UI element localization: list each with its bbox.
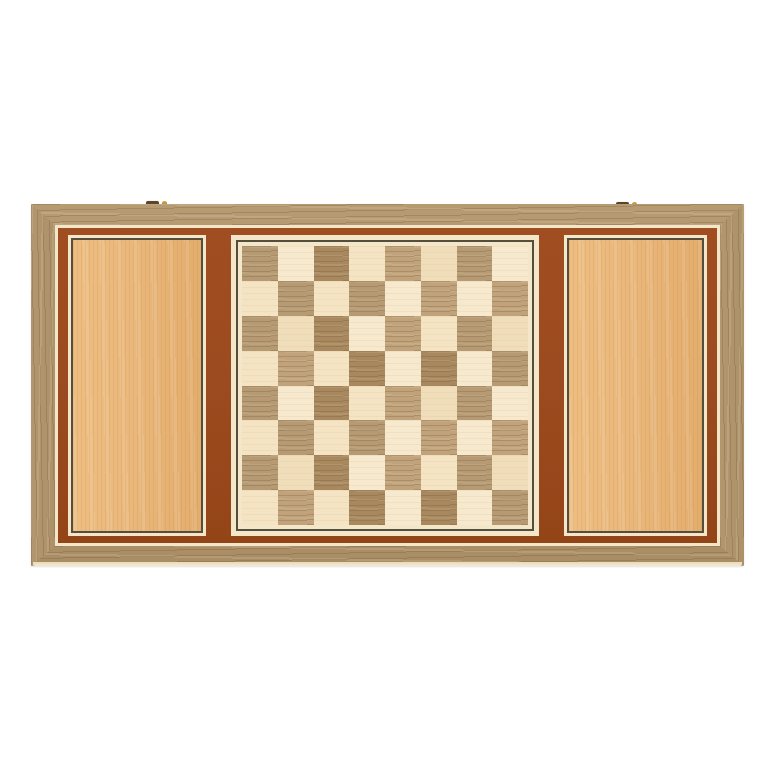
square-f6[interactable] <box>421 316 457 351</box>
walnut-frame-right <box>720 204 744 566</box>
square-b8[interactable] <box>278 246 314 281</box>
square-e6[interactable] <box>385 316 421 351</box>
square-h6[interactable] <box>492 316 528 351</box>
chessboard <box>231 235 539 536</box>
square-c3[interactable] <box>314 420 350 455</box>
square-a4[interactable] <box>242 386 278 421</box>
square-g4[interactable] <box>457 386 493 421</box>
square-d1[interactable] <box>349 490 385 525</box>
square-e8[interactable] <box>385 246 421 281</box>
square-g6[interactable] <box>457 316 493 351</box>
square-g8[interactable] <box>457 246 493 281</box>
square-d3[interactable] <box>349 420 385 455</box>
square-a6[interactable] <box>242 316 278 351</box>
square-e3[interactable] <box>385 420 421 455</box>
case-bottom-edge <box>33 562 742 566</box>
square-h5[interactable] <box>492 351 528 386</box>
left-panel-pinstripe <box>71 238 203 533</box>
square-e4[interactable] <box>385 386 421 421</box>
left-panel-beech-wood <box>73 240 201 531</box>
square-f3[interactable] <box>421 420 457 455</box>
square-g7[interactable] <box>457 281 493 316</box>
square-b6[interactable] <box>278 316 314 351</box>
square-a3[interactable] <box>242 420 278 455</box>
square-h2[interactable] <box>492 455 528 490</box>
square-g2[interactable] <box>457 455 493 490</box>
square-b3[interactable] <box>278 420 314 455</box>
square-c4[interactable] <box>314 386 350 421</box>
square-b2[interactable] <box>278 455 314 490</box>
square-h7[interactable] <box>492 281 528 316</box>
square-f5[interactable] <box>421 351 457 386</box>
square-a8[interactable] <box>242 246 278 281</box>
square-e5[interactable] <box>385 351 421 386</box>
right-panel-beech-wood <box>569 240 702 531</box>
walnut-frame-left <box>31 204 55 566</box>
square-e7[interactable] <box>385 281 421 316</box>
square-c6[interactable] <box>314 316 350 351</box>
square-h3[interactable] <box>492 420 528 455</box>
square-g3[interactable] <box>457 420 493 455</box>
square-b1[interactable] <box>278 490 314 525</box>
wooden-case-top <box>31 204 744 566</box>
square-h1[interactable] <box>492 490 528 525</box>
square-c5[interactable] <box>314 351 350 386</box>
square-d8[interactable] <box>349 246 385 281</box>
square-f1[interactable] <box>421 490 457 525</box>
square-d2[interactable] <box>349 455 385 490</box>
square-d6[interactable] <box>349 316 385 351</box>
square-c1[interactable] <box>314 490 350 525</box>
square-e2[interactable] <box>385 455 421 490</box>
square-b7[interactable] <box>278 281 314 316</box>
mahogany-border-band <box>58 228 717 543</box>
square-f2[interactable] <box>421 455 457 490</box>
square-b5[interactable] <box>278 351 314 386</box>
square-g1[interactable] <box>457 490 493 525</box>
square-e1[interactable] <box>385 490 421 525</box>
cream-pinline-border <box>55 225 720 546</box>
square-d7[interactable] <box>349 281 385 316</box>
square-d5[interactable] <box>349 351 385 386</box>
square-g5[interactable] <box>457 351 493 386</box>
square-c2[interactable] <box>314 455 350 490</box>
product-photo-backgammon-chess-case <box>0 0 775 775</box>
square-a5[interactable] <box>242 351 278 386</box>
chessboard-grid <box>242 246 528 525</box>
square-h4[interactable] <box>492 386 528 421</box>
square-a2[interactable] <box>242 455 278 490</box>
square-f4[interactable] <box>421 386 457 421</box>
left-wood-panel <box>68 235 206 536</box>
square-c8[interactable] <box>314 246 350 281</box>
square-c7[interactable] <box>314 281 350 316</box>
right-panel-pinstripe <box>567 238 704 533</box>
square-b4[interactable] <box>278 386 314 421</box>
square-f8[interactable] <box>421 246 457 281</box>
square-a7[interactable] <box>242 281 278 316</box>
square-a1[interactable] <box>242 490 278 525</box>
square-h8[interactable] <box>492 246 528 281</box>
square-d4[interactable] <box>349 386 385 421</box>
square-f7[interactable] <box>421 281 457 316</box>
right-wood-panel <box>564 235 707 536</box>
